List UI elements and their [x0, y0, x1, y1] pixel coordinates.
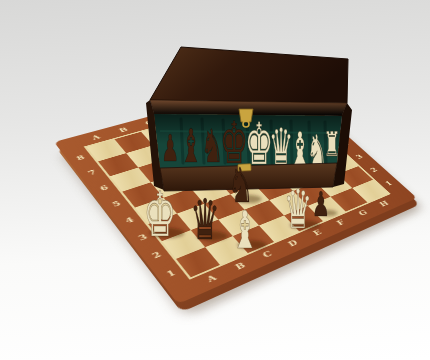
product-photo-scene: AA88BB77CC66DD55EE44FF33GG22HH11	[0, 0, 430, 360]
piece-white-bishop-c1: ♝	[231, 199, 259, 260]
box-lid-top	[150, 47, 348, 103]
piece-white-queen-e1: ♛	[283, 178, 312, 240]
piece-black-bishop: ♝	[180, 120, 203, 173]
piece-black-queen-c2: ♛	[190, 187, 220, 252]
piece-white-king-b3: ♚	[143, 179, 176, 251]
box-and-pieces-layer: ♟♝♞♚♚♛♝♞♜ ♚♛♞♝♛♟	[0, 0, 430, 360]
piece-black-pawn: ♟	[161, 126, 179, 169]
piece-black-pawn-f1: ♟	[312, 184, 330, 224]
